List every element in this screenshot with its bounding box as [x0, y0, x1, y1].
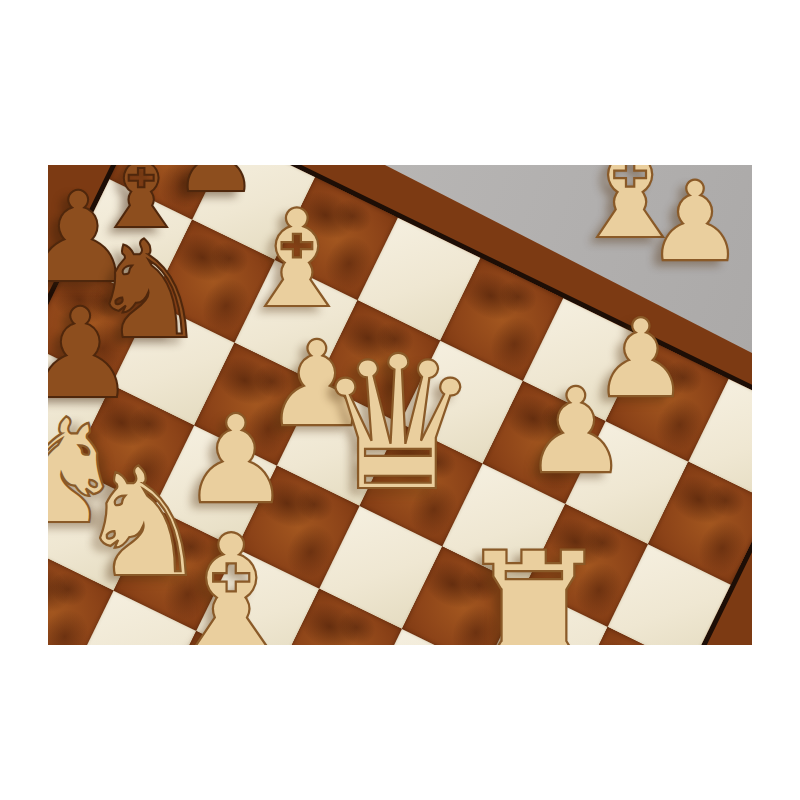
light-pawn-offboard: ♟ [646, 167, 745, 277]
light-bishop-upper: ♝ [236, 192, 357, 327]
light-pawn-right: ♟ [523, 372, 629, 490]
light-queen: ♛ [315, 332, 481, 517]
light-bishop-lower: ♝ [159, 514, 302, 645]
page: ♟♝♟♞♟♝♟♛♟♞♞♝♟♟♜♝♟ [0, 0, 800, 800]
photo: ♟♝♟♞♟♝♟♛♟♞♞♝♟♟♜♝♟ [48, 165, 752, 645]
light-rook: ♜ [453, 529, 614, 645]
